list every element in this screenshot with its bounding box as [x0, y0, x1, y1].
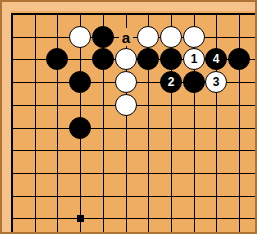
white-stone	[69, 26, 91, 48]
grid-line-vertical	[35, 13, 36, 234]
board-edge-right	[255, 0, 257, 234]
board-bevel-highlight-top	[2, 2, 255, 11]
grid-line-horizontal	[12, 13, 257, 15]
white-stone-move-3: 3	[205, 71, 227, 93]
black-stone	[228, 48, 250, 70]
white-stone-move-1: 1	[183, 48, 205, 70]
white-stone	[137, 26, 159, 48]
black-stone	[69, 117, 91, 139]
board-edge-top	[0, 0, 257, 2]
grid-line-horizontal	[12, 196, 257, 197]
black-stone	[69, 71, 91, 93]
black-stone	[160, 48, 182, 70]
black-stone	[92, 48, 114, 70]
black-stone-move-2: 2	[160, 71, 182, 93]
label-a: a	[119, 28, 133, 46]
grid-line-vertical	[11, 13, 13, 234]
grid-line-vertical	[239, 13, 240, 234]
board-bevel-highlight-left	[2, 2, 11, 232]
white-stone	[115, 71, 137, 93]
grid-line-horizontal	[12, 37, 257, 38]
white-stone	[160, 26, 182, 48]
grid-line-vertical	[126, 13, 127, 234]
black-stone	[46, 48, 68, 70]
grid-line-horizontal	[12, 150, 257, 151]
grid-line-vertical	[216, 13, 217, 234]
black-stone-move-4: 4	[205, 48, 227, 70]
black-stone	[183, 71, 205, 93]
star-point	[77, 215, 84, 222]
grid-line-horizontal	[12, 173, 257, 174]
board-edge-bottom	[0, 232, 257, 234]
white-stone	[115, 94, 137, 116]
black-stone	[92, 26, 114, 48]
white-stone	[183, 26, 205, 48]
black-stone	[137, 48, 159, 70]
board-edge-left	[0, 0, 2, 234]
go-board: 1423a	[0, 0, 257, 234]
white-stone	[115, 48, 137, 70]
grid-line-vertical	[57, 13, 58, 234]
grid-line-horizontal	[12, 128, 257, 129]
grid-line-horizontal	[12, 218, 257, 219]
